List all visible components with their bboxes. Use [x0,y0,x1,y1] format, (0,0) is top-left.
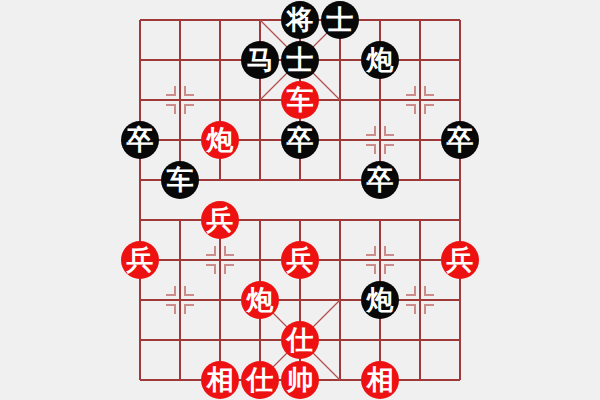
piece-red-king[interactable]: 帅 [281,361,319,399]
piece-black-advisor[interactable]: 士 [281,41,319,79]
piece-red-chariot[interactable]: 车 [281,81,319,119]
piece-black-cannon[interactable]: 炮 [361,41,399,79]
piece-red-soldier[interactable]: 兵 [121,241,159,279]
piece-black-soldier[interactable]: 卒 [281,121,319,159]
piece-red-cannon[interactable]: 炮 [241,281,279,319]
piece-red-soldier[interactable]: 兵 [201,201,239,239]
piece-red-soldier[interactable]: 兵 [281,241,319,279]
piece-red-elephant[interactable]: 相 [201,361,239,399]
piece-black-general[interactable]: 将 [281,1,319,39]
piece-red-advisor[interactable]: 仕 [241,361,279,399]
piece-black-advisor[interactable]: 士 [321,1,359,39]
piece-black-soldier[interactable]: 卒 [361,161,399,199]
piece-black-soldier[interactable]: 卒 [441,121,479,159]
piece-black-cannon[interactable]: 炮 [361,281,399,319]
piece-black-chariot[interactable]: 车 [161,161,199,199]
piece-red-soldier[interactable]: 兵 [441,241,479,279]
piece-black-soldier[interactable]: 卒 [121,121,159,159]
piece-black-horse[interactable]: 马 [241,41,279,79]
piece-red-elephant[interactable]: 相 [361,361,399,399]
xiangqi-board: 将士马士炮车卒炮卒卒车卒兵兵兵兵炮炮仕相仕帅相 [0,0,600,400]
piece-red-cannon[interactable]: 炮 [201,121,239,159]
piece-red-advisor[interactable]: 仕 [281,321,319,359]
